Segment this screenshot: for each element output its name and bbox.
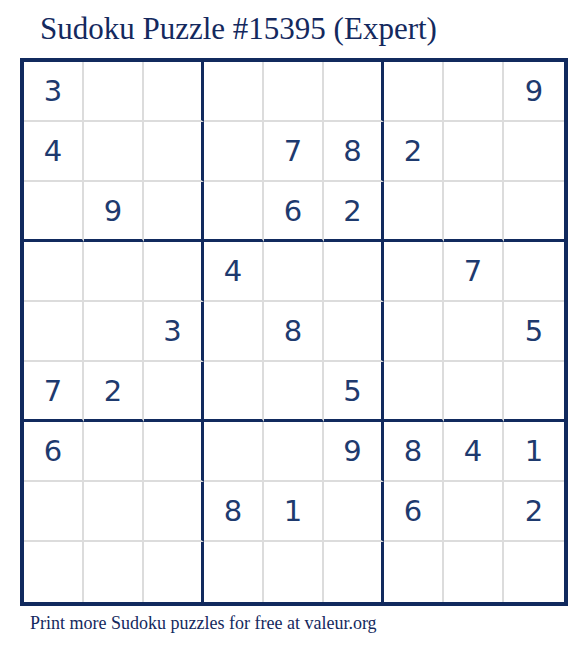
cell-r7c6: 9 <box>324 422 384 482</box>
cell-r8c2 <box>84 482 144 542</box>
cell-r6c4 <box>204 362 264 422</box>
cell-r9c5 <box>264 542 324 602</box>
cell-r8c7: 6 <box>384 482 444 542</box>
cell-r5c7 <box>384 302 444 362</box>
cell-r4c1 <box>24 242 84 302</box>
cell-r2c9 <box>504 122 564 182</box>
cell-r2c4 <box>204 122 264 182</box>
cell-r2c5: 7 <box>264 122 324 182</box>
cell-r5c1 <box>24 302 84 362</box>
cell-r6c8 <box>444 362 504 422</box>
cell-r8c5: 1 <box>264 482 324 542</box>
cell-r5c4 <box>204 302 264 362</box>
cell-r3c6: 2 <box>324 182 384 242</box>
cell-r4c2 <box>84 242 144 302</box>
cell-r5c9: 5 <box>504 302 564 362</box>
cell-r5c3: 3 <box>144 302 204 362</box>
cell-r7c9: 1 <box>504 422 564 482</box>
cell-r1c1: 3 <box>24 62 84 122</box>
cell-r4c4: 4 <box>204 242 264 302</box>
cell-r2c6: 8 <box>324 122 384 182</box>
cell-r6c7 <box>384 362 444 422</box>
cell-r1c2 <box>84 62 144 122</box>
cell-r3c2: 9 <box>84 182 144 242</box>
cell-r3c1 <box>24 182 84 242</box>
cell-r3c5: 6 <box>264 182 324 242</box>
cell-r5c5: 8 <box>264 302 324 362</box>
cell-r1c9: 9 <box>504 62 564 122</box>
cell-r1c5 <box>264 62 324 122</box>
cell-r8c8 <box>444 482 504 542</box>
cell-r4c8: 7 <box>444 242 504 302</box>
cell-r7c1: 6 <box>24 422 84 482</box>
cell-r8c6 <box>324 482 384 542</box>
cell-r5c2 <box>84 302 144 362</box>
cell-r7c2 <box>84 422 144 482</box>
cell-r9c8 <box>444 542 504 602</box>
page-title: Sudoku Puzzle #15395 (Expert) <box>40 13 437 44</box>
cell-r1c8 <box>444 62 504 122</box>
cell-r6c6: 5 <box>324 362 384 422</box>
cell-r5c8 <box>444 302 504 362</box>
cell-r9c4 <box>204 542 264 602</box>
cell-r7c4 <box>204 422 264 482</box>
cell-r3c4 <box>204 182 264 242</box>
cell-r2c3 <box>144 122 204 182</box>
cell-r2c2 <box>84 122 144 182</box>
cell-r2c7: 2 <box>384 122 444 182</box>
cell-r6c3 <box>144 362 204 422</box>
cell-r4c9 <box>504 242 564 302</box>
cell-r8c9: 2 <box>504 482 564 542</box>
cell-r3c8 <box>444 182 504 242</box>
cell-r4c5 <box>264 242 324 302</box>
cell-r3c9 <box>504 182 564 242</box>
cell-r9c9 <box>504 542 564 602</box>
cell-r6c1: 7 <box>24 362 84 422</box>
cell-r9c1 <box>24 542 84 602</box>
cell-r9c6 <box>324 542 384 602</box>
cell-r3c3 <box>144 182 204 242</box>
cell-r4c7 <box>384 242 444 302</box>
cell-r1c4 <box>204 62 264 122</box>
cell-r1c7 <box>384 62 444 122</box>
cell-r7c5 <box>264 422 324 482</box>
cell-r1c6 <box>324 62 384 122</box>
cell-r7c3 <box>144 422 204 482</box>
cell-r9c2 <box>84 542 144 602</box>
cell-r3c7 <box>384 182 444 242</box>
sudoku-grid: 39478296247385725698418162 <box>20 58 568 606</box>
sudoku-print-page: Sudoku Puzzle #15395 (Expert) 3947829624… <box>0 0 580 651</box>
cell-r8c4: 8 <box>204 482 264 542</box>
cell-r8c3 <box>144 482 204 542</box>
cell-r8c1 <box>24 482 84 542</box>
cell-r7c8: 4 <box>444 422 504 482</box>
cell-r4c3 <box>144 242 204 302</box>
cell-r1c3 <box>144 62 204 122</box>
cell-r6c5 <box>264 362 324 422</box>
footer-text: Print more Sudoku puzzles for free at va… <box>30 613 377 635</box>
cell-r6c2: 2 <box>84 362 144 422</box>
cell-r9c3 <box>144 542 204 602</box>
cell-r9c7 <box>384 542 444 602</box>
cell-r4c6 <box>324 242 384 302</box>
cell-r6c9 <box>504 362 564 422</box>
cell-r2c1: 4 <box>24 122 84 182</box>
cell-r5c6 <box>324 302 384 362</box>
cell-r7c7: 8 <box>384 422 444 482</box>
cell-r2c8 <box>444 122 504 182</box>
